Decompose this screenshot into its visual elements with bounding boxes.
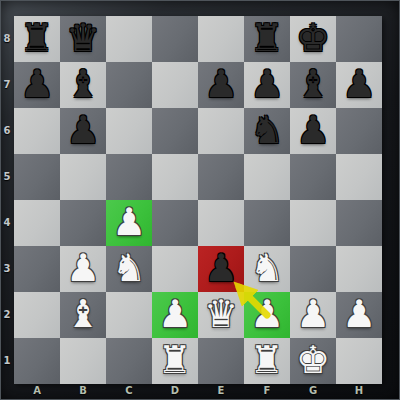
square-e4[interactable] [198, 200, 244, 246]
square-d7[interactable] [152, 62, 198, 108]
square-f8[interactable]: ♜ [244, 16, 290, 62]
piece-black-pawn-a7[interactable]: ♟ [14, 62, 60, 108]
square-h1[interactable] [336, 338, 382, 384]
square-h6[interactable] [336, 108, 382, 154]
square-d8[interactable] [152, 16, 198, 62]
file-label-c: C [106, 383, 152, 399]
piece-white-pawn-d2[interactable]: ♟ [152, 292, 198, 338]
square-a7[interactable]: ♟ [14, 62, 60, 108]
square-d4[interactable] [152, 200, 198, 246]
piece-white-king-g1[interactable]: ♚ [290, 338, 336, 384]
square-a5[interactable] [14, 154, 60, 200]
square-c6[interactable] [106, 108, 152, 154]
piece-black-king-g8[interactable]: ♚ [290, 16, 336, 62]
square-g3[interactable] [290, 246, 336, 292]
rank-label-6: 6 [0, 108, 14, 154]
rank-label-3: 3 [0, 246, 14, 292]
piece-black-pawn-e7[interactable]: ♟ [198, 62, 244, 108]
square-h2[interactable]: ♟ [336, 292, 382, 338]
piece-black-bishop-b7[interactable]: ♝ [60, 62, 106, 108]
square-b1[interactable] [60, 338, 106, 384]
piece-black-knight-f6[interactable]: ♞ [244, 108, 290, 154]
square-g4[interactable] [290, 200, 336, 246]
square-f7[interactable]: ♟ [244, 62, 290, 108]
square-e6[interactable] [198, 108, 244, 154]
square-f4[interactable] [244, 200, 290, 246]
square-f6[interactable]: ♞ [244, 108, 290, 154]
square-b3[interactable]: ♟ [60, 246, 106, 292]
square-f1[interactable]: ♜ [244, 338, 290, 384]
square-f3[interactable]: ♞ [244, 246, 290, 292]
piece-white-pawn-g2[interactable]: ♟ [290, 292, 336, 338]
piece-white-queen-e2[interactable]: ♛ [198, 292, 244, 338]
piece-white-pawn-f2[interactable]: ♟ [244, 292, 290, 338]
piece-black-pawn-g6[interactable]: ♟ [290, 108, 336, 154]
file-label-a: A [14, 383, 60, 399]
square-g6[interactable]: ♟ [290, 108, 336, 154]
square-b8[interactable]: ♛ [60, 16, 106, 62]
rank-label-2: 2 [0, 292, 14, 338]
square-a1[interactable] [14, 338, 60, 384]
chess-app-window: ♜♛♜♚♟♝♟♟♝♟♟♞♟♟♟♞♟♞♝♟♛♟♟♟♜♜♚ 87654321ABCD… [0, 0, 400, 400]
piece-white-rook-f1[interactable]: ♜ [244, 338, 290, 384]
piece-black-pawn-f7[interactable]: ♟ [244, 62, 290, 108]
piece-black-queen-b8[interactable]: ♛ [60, 16, 106, 62]
square-c7[interactable] [106, 62, 152, 108]
square-a6[interactable] [14, 108, 60, 154]
square-c2[interactable] [106, 292, 152, 338]
file-label-e: E [198, 383, 244, 399]
square-d6[interactable] [152, 108, 198, 154]
file-label-b: B [60, 383, 106, 399]
piece-black-bishop-g7[interactable]: ♝ [290, 62, 336, 108]
piece-white-pawn-b3[interactable]: ♟ [60, 246, 106, 292]
square-c4[interactable]: ♟ [106, 200, 152, 246]
file-label-g: G [290, 383, 336, 399]
square-e3[interactable]: ♟ [198, 246, 244, 292]
piece-white-pawn-h2[interactable]: ♟ [336, 292, 382, 338]
piece-black-rook-f8[interactable]: ♜ [244, 16, 290, 62]
rank-label-1: 1 [0, 338, 14, 384]
square-d1[interactable]: ♜ [152, 338, 198, 384]
square-h5[interactable] [336, 154, 382, 200]
square-b2[interactable]: ♝ [60, 292, 106, 338]
square-b4[interactable] [60, 200, 106, 246]
square-d2[interactable]: ♟ [152, 292, 198, 338]
rank-label-8: 8 [0, 16, 14, 62]
square-c8[interactable] [106, 16, 152, 62]
file-label-d: D [152, 383, 198, 399]
square-a4[interactable] [14, 200, 60, 246]
square-g8[interactable]: ♚ [290, 16, 336, 62]
rank-label-7: 7 [0, 62, 14, 108]
square-c1[interactable] [106, 338, 152, 384]
square-g2[interactable]: ♟ [290, 292, 336, 338]
square-g1[interactable]: ♚ [290, 338, 336, 384]
square-h3[interactable] [336, 246, 382, 292]
square-a3[interactable] [14, 246, 60, 292]
piece-black-pawn-e3[interactable]: ♟ [198, 246, 244, 292]
square-e7[interactable]: ♟ [198, 62, 244, 108]
square-f5[interactable] [244, 154, 290, 200]
chess-board: ♜♛♜♚♟♝♟♟♝♟♟♞♟♟♟♞♟♞♝♟♛♟♟♟♜♜♚ [14, 16, 382, 384]
square-b5[interactable] [60, 154, 106, 200]
square-f2[interactable]: ♟ [244, 292, 290, 338]
square-a2[interactable] [14, 292, 60, 338]
square-e5[interactable] [198, 154, 244, 200]
square-d3[interactable] [152, 246, 198, 292]
square-e1[interactable] [198, 338, 244, 384]
square-a8[interactable]: ♜ [14, 16, 60, 62]
square-h4[interactable] [336, 200, 382, 246]
square-b7[interactable]: ♝ [60, 62, 106, 108]
piece-black-pawn-b6[interactable]: ♟ [60, 108, 106, 154]
square-c3[interactable]: ♞ [106, 246, 152, 292]
square-e2[interactable]: ♛ [198, 292, 244, 338]
square-g7[interactable]: ♝ [290, 62, 336, 108]
piece-white-knight-c3[interactable]: ♞ [106, 246, 152, 292]
piece-white-pawn-c4[interactable]: ♟ [106, 200, 152, 246]
square-h8[interactable] [336, 16, 382, 62]
piece-white-rook-d1[interactable]: ♜ [152, 338, 198, 384]
rank-label-4: 4 [0, 200, 14, 246]
file-label-h: H [336, 383, 382, 399]
piece-black-rook-a8[interactable]: ♜ [14, 16, 60, 62]
piece-white-knight-f3[interactable]: ♞ [244, 246, 290, 292]
piece-black-pawn-h7[interactable]: ♟ [336, 62, 382, 108]
square-b6[interactable]: ♟ [60, 108, 106, 154]
square-c5[interactable] [106, 154, 152, 200]
piece-white-bishop-b2[interactable]: ♝ [60, 292, 106, 338]
square-g5[interactable] [290, 154, 336, 200]
square-h7[interactable]: ♟ [336, 62, 382, 108]
rank-label-5: 5 [0, 154, 14, 200]
file-label-f: F [244, 383, 290, 399]
square-d5[interactable] [152, 154, 198, 200]
square-e8[interactable] [198, 16, 244, 62]
